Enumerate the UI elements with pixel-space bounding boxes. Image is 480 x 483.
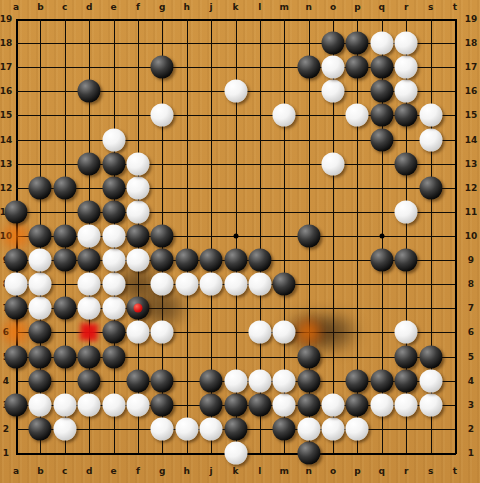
black-stone[interactable] xyxy=(200,369,223,392)
black-stone[interactable] xyxy=(29,345,52,368)
coord-label-top: g xyxy=(159,3,165,12)
white-stone[interactable] xyxy=(78,393,101,416)
white-stone[interactable] xyxy=(78,224,101,247)
black-stone[interactable] xyxy=(370,56,393,79)
coord-label-left: 4 xyxy=(3,376,9,385)
white-stone[interactable] xyxy=(419,369,442,392)
black-stone[interactable] xyxy=(151,224,174,247)
orange-glow-annotation xyxy=(293,316,325,348)
coord-label-top: p xyxy=(354,3,360,12)
go-board[interactable]: aabbccddeeffgghhjjkkllmmnnooppqqrrsstt19… xyxy=(0,0,480,483)
black-stone[interactable] xyxy=(78,249,101,272)
white-stone[interactable] xyxy=(102,273,125,296)
white-stone[interactable] xyxy=(126,393,149,416)
white-stone[interactable] xyxy=(102,249,125,272)
white-stone[interactable] xyxy=(126,200,149,223)
black-stone[interactable] xyxy=(29,224,52,247)
black-stone[interactable] xyxy=(297,56,320,79)
black-stone[interactable] xyxy=(151,369,174,392)
coord-label-top: q xyxy=(379,3,385,12)
coord-label-bottom: m xyxy=(280,467,289,476)
coord-label-left: 1 xyxy=(3,448,9,457)
white-stone[interactable] xyxy=(370,32,393,55)
coord-label-right: 18 xyxy=(465,39,478,48)
white-stone[interactable] xyxy=(395,80,418,103)
coord-label-left: 15 xyxy=(0,111,12,120)
black-stone[interactable] xyxy=(102,200,125,223)
black-stone[interactable] xyxy=(151,249,174,272)
black-stone[interactable] xyxy=(297,224,320,247)
black-stone[interactable] xyxy=(322,32,345,55)
black-stone[interactable] xyxy=(29,417,52,440)
black-stone[interactable] xyxy=(370,104,393,127)
black-stone[interactable] xyxy=(29,176,52,199)
red-square-annotation xyxy=(80,323,98,341)
white-stone[interactable] xyxy=(126,152,149,175)
coord-label-right: 14 xyxy=(465,135,478,144)
coord-label-top: k xyxy=(233,3,239,12)
black-stone[interactable] xyxy=(419,176,442,199)
coord-label-bottom: c xyxy=(62,467,67,476)
coord-label-left: 14 xyxy=(0,135,12,144)
coord-label-right: 2 xyxy=(468,424,474,433)
white-stone[interactable] xyxy=(151,417,174,440)
white-stone[interactable] xyxy=(200,417,223,440)
black-stone[interactable] xyxy=(5,393,28,416)
black-stone[interactable] xyxy=(151,393,174,416)
white-stone[interactable] xyxy=(395,32,418,55)
coord-label-top: f xyxy=(136,3,140,12)
white-stone[interactable] xyxy=(29,297,52,320)
coord-label-right: 17 xyxy=(465,63,478,72)
white-stone[interactable] xyxy=(102,224,125,247)
coord-label-bottom: e xyxy=(110,467,116,476)
black-stone[interactable] xyxy=(395,249,418,272)
black-stone[interactable] xyxy=(273,417,296,440)
black-stone[interactable] xyxy=(224,393,247,416)
coord-label-top: l xyxy=(258,3,261,12)
last-move-marker xyxy=(133,304,142,313)
coord-label-bottom: s xyxy=(428,467,433,476)
coord-label-top: a xyxy=(13,3,19,12)
white-stone[interactable] xyxy=(419,393,442,416)
coord-label-bottom: r xyxy=(404,467,408,476)
coord-label-right: 6 xyxy=(468,328,474,337)
black-stone[interactable] xyxy=(53,297,76,320)
coord-label-bottom: a xyxy=(13,467,19,476)
coord-label-right: 13 xyxy=(465,159,478,168)
black-stone[interactable] xyxy=(102,345,125,368)
coord-label-bottom: n xyxy=(305,467,311,476)
white-stone[interactable] xyxy=(175,417,198,440)
coord-label-right: 19 xyxy=(465,15,478,24)
coord-label-top: r xyxy=(404,3,408,12)
black-stone[interactable] xyxy=(102,152,125,175)
coord-label-bottom: h xyxy=(184,467,190,476)
black-stone[interactable] xyxy=(395,369,418,392)
orange-glow-annotation xyxy=(0,220,32,252)
white-stone[interactable] xyxy=(78,297,101,320)
black-stone[interactable] xyxy=(5,249,28,272)
white-stone[interactable] xyxy=(248,369,271,392)
coord-label-right: 12 xyxy=(465,183,478,192)
white-stone[interactable] xyxy=(322,56,345,79)
white-stone[interactable] xyxy=(273,104,296,127)
coord-label-right: 11 xyxy=(465,207,478,216)
white-stone[interactable] xyxy=(419,104,442,127)
black-stone[interactable] xyxy=(297,345,320,368)
black-stone[interactable] xyxy=(346,369,369,392)
white-stone[interactable] xyxy=(370,393,393,416)
coord-label-bottom: g xyxy=(159,467,165,476)
coord-label-top: b xyxy=(37,3,43,12)
white-stone[interactable] xyxy=(395,200,418,223)
black-stone[interactable] xyxy=(346,32,369,55)
white-stone[interactable] xyxy=(126,249,149,272)
black-stone[interactable] xyxy=(5,345,28,368)
coord-label-right: 5 xyxy=(468,352,474,361)
star-point xyxy=(379,233,384,238)
coord-label-top: o xyxy=(330,3,336,12)
coord-label-right: 3 xyxy=(468,400,474,409)
coord-label-bottom: q xyxy=(379,467,385,476)
white-stone[interactable] xyxy=(346,417,369,440)
white-stone[interactable] xyxy=(102,393,125,416)
black-stone[interactable] xyxy=(248,249,271,272)
coord-label-bottom: d xyxy=(86,467,92,476)
white-stone[interactable] xyxy=(29,393,52,416)
white-stone[interactable] xyxy=(322,393,345,416)
black-stone[interactable] xyxy=(395,152,418,175)
white-stone[interactable] xyxy=(200,273,223,296)
white-stone[interactable] xyxy=(297,417,320,440)
white-stone[interactable] xyxy=(419,128,442,151)
coord-label-top: h xyxy=(184,3,190,12)
black-stone[interactable] xyxy=(224,249,247,272)
white-stone[interactable] xyxy=(78,273,101,296)
white-stone[interactable] xyxy=(273,321,296,344)
black-stone[interactable] xyxy=(126,224,149,247)
white-stone[interactable] xyxy=(126,176,149,199)
coord-label-bottom: b xyxy=(37,467,43,476)
coord-label-top: d xyxy=(86,3,92,12)
coord-label-left: 2 xyxy=(3,424,9,433)
grid-vline xyxy=(455,19,457,454)
black-stone[interactable] xyxy=(5,297,28,320)
black-stone[interactable] xyxy=(5,200,28,223)
coord-label-bottom: j xyxy=(210,467,213,476)
black-stone[interactable] xyxy=(102,321,125,344)
coord-label-left: 13 xyxy=(0,159,12,168)
coord-label-top: c xyxy=(62,3,67,12)
coord-label-top: t xyxy=(453,3,457,12)
black-stone[interactable] xyxy=(370,369,393,392)
white-stone[interactable] xyxy=(175,273,198,296)
black-stone[interactable] xyxy=(78,345,101,368)
black-stone[interactable] xyxy=(346,56,369,79)
white-stone[interactable] xyxy=(224,441,247,464)
white-stone[interactable] xyxy=(102,297,125,320)
coord-label-right: 15 xyxy=(465,111,478,120)
coord-label-bottom: k xyxy=(233,467,239,476)
coord-label-bottom: l xyxy=(258,467,261,476)
black-stone[interactable] xyxy=(126,369,149,392)
coord-label-left: 16 xyxy=(0,87,12,96)
white-stone[interactable] xyxy=(53,393,76,416)
white-stone[interactable] xyxy=(29,273,52,296)
coord-label-right: 16 xyxy=(465,87,478,96)
coord-label-right: 10 xyxy=(465,231,478,240)
coord-label-right: 4 xyxy=(468,376,474,385)
coord-label-left: 12 xyxy=(0,183,12,192)
black-stone[interactable] xyxy=(200,249,223,272)
white-stone[interactable] xyxy=(322,417,345,440)
coord-label-bottom: f xyxy=(136,467,140,476)
coord-label-left: 19 xyxy=(0,15,12,24)
white-stone[interactable] xyxy=(224,369,247,392)
orange-glow-annotation xyxy=(0,316,32,348)
black-stone[interactable] xyxy=(29,369,52,392)
white-stone[interactable] xyxy=(395,56,418,79)
black-stone[interactable] xyxy=(53,224,76,247)
white-stone[interactable] xyxy=(395,393,418,416)
coord-label-right: 7 xyxy=(468,304,474,313)
black-stone[interactable] xyxy=(248,393,271,416)
white-stone[interactable] xyxy=(322,152,345,175)
black-stone[interactable] xyxy=(419,345,442,368)
coord-label-right: 1 xyxy=(468,448,474,457)
coord-label-top: n xyxy=(305,3,311,12)
white-stone[interactable] xyxy=(29,249,52,272)
black-stone[interactable] xyxy=(224,417,247,440)
black-stone[interactable] xyxy=(297,393,320,416)
white-stone[interactable] xyxy=(224,273,247,296)
coord-label-top: e xyxy=(110,3,116,12)
black-stone[interactable] xyxy=(78,200,101,223)
white-stone[interactable] xyxy=(322,80,345,103)
black-stone[interactable] xyxy=(78,80,101,103)
white-stone[interactable] xyxy=(5,273,28,296)
black-stone[interactable] xyxy=(395,345,418,368)
coord-label-right: 8 xyxy=(468,280,474,289)
coord-label-top: m xyxy=(280,3,289,12)
black-stone[interactable] xyxy=(78,152,101,175)
black-stone[interactable] xyxy=(346,393,369,416)
black-stone[interactable] xyxy=(78,369,101,392)
black-stone[interactable] xyxy=(53,249,76,272)
white-stone[interactable] xyxy=(151,321,174,344)
coord-label-top: s xyxy=(428,3,433,12)
black-stone[interactable] xyxy=(395,104,418,127)
black-stone[interactable] xyxy=(370,128,393,151)
black-stone[interactable] xyxy=(297,441,320,464)
white-stone[interactable] xyxy=(346,104,369,127)
white-stone[interactable] xyxy=(248,273,271,296)
coord-label-top: j xyxy=(210,3,213,12)
black-stone[interactable] xyxy=(53,345,76,368)
black-stone[interactable] xyxy=(297,369,320,392)
black-stone[interactable] xyxy=(200,393,223,416)
white-stone[interactable] xyxy=(273,393,296,416)
coord-label-left: 17 xyxy=(0,63,12,72)
black-stone[interactable] xyxy=(370,80,393,103)
coord-label-bottom: o xyxy=(330,467,336,476)
white-stone[interactable] xyxy=(102,128,125,151)
white-stone[interactable] xyxy=(395,321,418,344)
white-stone[interactable] xyxy=(151,273,174,296)
coord-label-bottom: p xyxy=(354,467,360,476)
coord-label-right: 9 xyxy=(468,256,474,265)
white-stone[interactable] xyxy=(53,417,76,440)
star-point xyxy=(233,233,238,238)
black-stone[interactable] xyxy=(175,249,198,272)
black-stone[interactable] xyxy=(151,56,174,79)
white-stone[interactable] xyxy=(151,104,174,127)
white-stone[interactable] xyxy=(126,321,149,344)
black-stone[interactable] xyxy=(29,321,52,344)
white-stone[interactable] xyxy=(248,321,271,344)
coord-label-left: 18 xyxy=(0,39,12,48)
white-stone[interactable] xyxy=(273,369,296,392)
black-stone[interactable] xyxy=(102,176,125,199)
black-stone[interactable] xyxy=(370,249,393,272)
white-stone[interactable] xyxy=(224,80,247,103)
coord-label-bottom: t xyxy=(453,467,457,476)
black-stone[interactable] xyxy=(273,273,296,296)
black-stone[interactable] xyxy=(53,176,76,199)
